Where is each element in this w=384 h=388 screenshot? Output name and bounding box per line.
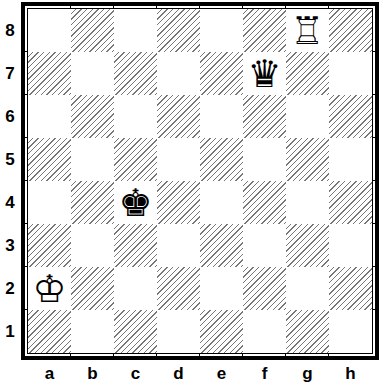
- file-label-h: h: [329, 362, 372, 386]
- square-e3[interactable]: [200, 224, 243, 267]
- square-f1[interactable]: [243, 310, 286, 353]
- square-g4[interactable]: [286, 181, 329, 224]
- file-labels: abcdefgh: [28, 362, 372, 386]
- square-a1[interactable]: [28, 310, 71, 353]
- square-f5[interactable]: [243, 138, 286, 181]
- square-e1[interactable]: [200, 310, 243, 353]
- square-a6[interactable]: [28, 95, 71, 138]
- square-h2[interactable]: [329, 267, 372, 310]
- square-c2[interactable]: [114, 267, 157, 310]
- square-h6[interactable]: [329, 95, 372, 138]
- square-b3[interactable]: [71, 224, 114, 267]
- square-e6[interactable]: [200, 95, 243, 138]
- border-tick-strip-right: [373, 9, 375, 350]
- file-label-a: a: [28, 362, 71, 386]
- chess-board: ♖♛♚♔: [21, 2, 379, 360]
- square-d7[interactable]: [157, 52, 200, 95]
- file-label-f: f: [243, 362, 286, 386]
- piece-black-queen[interactable]: ♛: [243, 52, 286, 95]
- file-label-e: e: [200, 362, 243, 386]
- square-g5[interactable]: [286, 138, 329, 181]
- square-g2[interactable]: [286, 267, 329, 310]
- square-e7[interactable]: [200, 52, 243, 95]
- square-c3[interactable]: [114, 224, 157, 267]
- square-d8[interactable]: [157, 9, 200, 52]
- square-e2[interactable]: [200, 267, 243, 310]
- square-a7[interactable]: [28, 52, 71, 95]
- square-a8[interactable]: [28, 9, 71, 52]
- square-g3[interactable]: [286, 224, 329, 267]
- square-d5[interactable]: [157, 138, 200, 181]
- square-h8[interactable]: [329, 9, 372, 52]
- square-g1[interactable]: [286, 310, 329, 353]
- border-tick-strip-bottom: [28, 354, 369, 356]
- board-grid: ♖♛♚♔: [28, 9, 372, 353]
- file-label-g: g: [286, 362, 329, 386]
- square-f3[interactable]: [243, 224, 286, 267]
- square-b5[interactable]: [71, 138, 114, 181]
- square-a2[interactable]: ♔: [28, 267, 71, 310]
- rank-label-4: 4: [0, 181, 20, 224]
- square-h5[interactable]: [329, 138, 372, 181]
- rank-label-3: 3: [0, 224, 20, 267]
- board-inner-border: ♖♛♚♔: [27, 8, 373, 354]
- square-c6[interactable]: [114, 95, 157, 138]
- square-c4[interactable]: ♚: [114, 181, 157, 224]
- square-c8[interactable]: [114, 9, 157, 52]
- square-a5[interactable]: [28, 138, 71, 181]
- square-e4[interactable]: [200, 181, 243, 224]
- square-b1[interactable]: [71, 310, 114, 353]
- square-a4[interactable]: [28, 181, 71, 224]
- square-a3[interactable]: [28, 224, 71, 267]
- square-b2[interactable]: [71, 267, 114, 310]
- piece-white-rook[interactable]: ♖: [286, 9, 329, 52]
- chess-diagram: 87654321 ♖♛♚♔ abcdefgh: [0, 0, 384, 388]
- rank-label-2: 2: [0, 267, 20, 310]
- square-h4[interactable]: [329, 181, 372, 224]
- square-f2[interactable]: [243, 267, 286, 310]
- square-h3[interactable]: [329, 224, 372, 267]
- square-f8[interactable]: [243, 9, 286, 52]
- square-d3[interactable]: [157, 224, 200, 267]
- square-g6[interactable]: [286, 95, 329, 138]
- square-h1[interactable]: [329, 310, 372, 353]
- rank-label-5: 5: [0, 138, 20, 181]
- square-f7[interactable]: ♛: [243, 52, 286, 95]
- square-d2[interactable]: [157, 267, 200, 310]
- rank-label-7: 7: [0, 52, 20, 95]
- square-g7[interactable]: [286, 52, 329, 95]
- file-label-d: d: [157, 362, 200, 386]
- file-label-b: b: [71, 362, 114, 386]
- file-label-c: c: [114, 362, 157, 386]
- square-e5[interactable]: [200, 138, 243, 181]
- square-c1[interactable]: [114, 310, 157, 353]
- rank-labels: 87654321: [0, 9, 20, 353]
- square-c7[interactable]: [114, 52, 157, 95]
- square-h7[interactable]: [329, 52, 372, 95]
- square-f4[interactable]: [243, 181, 286, 224]
- rank-label-1: 1: [0, 310, 20, 353]
- square-c5[interactable]: [114, 138, 157, 181]
- square-d4[interactable]: [157, 181, 200, 224]
- square-e8[interactable]: [200, 9, 243, 52]
- square-b4[interactable]: [71, 181, 114, 224]
- rank-label-8: 8: [0, 9, 20, 52]
- square-d6[interactable]: [157, 95, 200, 138]
- rank-label-6: 6: [0, 95, 20, 138]
- piece-white-king[interactable]: ♔: [28, 267, 71, 310]
- square-b8[interactable]: [71, 9, 114, 52]
- square-d1[interactable]: [157, 310, 200, 353]
- square-b7[interactable]: [71, 52, 114, 95]
- piece-black-king[interactable]: ♚: [114, 181, 157, 224]
- square-b6[interactable]: [71, 95, 114, 138]
- square-g8[interactable]: ♖: [286, 9, 329, 52]
- square-f6[interactable]: [243, 95, 286, 138]
